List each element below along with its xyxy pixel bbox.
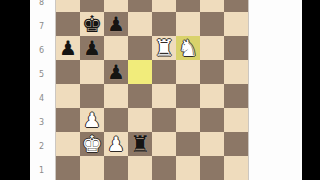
square-g1 [200,156,224,180]
square-g8 [200,0,224,12]
square-b2: ♚ [80,132,104,156]
square-e8 [152,0,176,12]
square-b7: ♚ [80,12,104,36]
black-pawn: ♟ [56,36,80,60]
square-c5: ♟ [104,60,128,84]
square-h3 [224,108,248,132]
video-frame: 87654321 ♚♟♟♟♜♞♟♟♚♟♜ [0,0,320,180]
square-f4 [176,84,200,108]
square-f2 [176,132,200,156]
square-e2 [152,132,176,156]
square-f6: ♞ [176,36,200,60]
chess-board: ♚♟♟♟♜♞♟♟♚♟♜ [56,0,248,180]
square-e6: ♜ [152,36,176,60]
square-a8 [56,0,80,12]
square-c3 [104,108,128,132]
square-g3 [200,108,224,132]
square-h5 [224,60,248,84]
square-f5 [176,60,200,84]
square-h2 [224,132,248,156]
square-e7 [152,12,176,36]
square-g2 [200,132,224,156]
square-a4 [56,84,80,108]
square-b5 [80,60,104,84]
black-king: ♚ [80,12,104,36]
rank-label-3: 3 [39,111,53,135]
square-c6 [104,36,128,60]
rank-labels: 87654321 [30,0,56,180]
square-b3: ♟ [80,108,104,132]
square-f8 [176,0,200,12]
white-rook: ♜ [152,36,176,60]
square-b6: ♟ [80,36,104,60]
rank-label-5: 5 [39,63,53,87]
rank-label-1: 1 [39,159,53,180]
white-pawn: ♟ [80,108,104,132]
square-f3 [176,108,200,132]
square-h7 [224,12,248,36]
rank-label-2: 2 [39,135,53,159]
rank-label-7: 7 [39,15,53,39]
square-a5 [56,60,80,84]
white-king: ♚ [80,132,104,156]
square-h8 [224,0,248,12]
square-f1 [176,156,200,180]
square-a2 [56,132,80,156]
square-d4 [128,84,152,108]
square-e1 [152,156,176,180]
rank-label-6: 6 [39,39,53,63]
square-a3 [56,108,80,132]
black-pawn: ♟ [104,12,128,36]
square-a7 [56,12,80,36]
square-d7 [128,12,152,36]
black-rook: ♜ [128,132,152,156]
square-a6: ♟ [56,36,80,60]
rank-label-4: 4 [39,87,53,111]
board-panel: 87654321 ♚♟♟♟♜♞♟♟♚♟♜ [30,0,302,180]
square-d3 [128,108,152,132]
square-b4 [80,84,104,108]
square-d2: ♜ [128,132,152,156]
square-c1 [104,156,128,180]
square-c4 [104,84,128,108]
rank-label-8: 8 [39,0,53,15]
square-g7 [200,12,224,36]
square-g5 [200,60,224,84]
square-g6 [200,36,224,60]
white-knight: ♞ [176,36,200,60]
square-h6 [224,36,248,60]
square-h4 [224,84,248,108]
square-a1 [56,156,80,180]
square-c2: ♟ [104,132,128,156]
square-b1 [80,156,104,180]
square-c7: ♟ [104,12,128,36]
square-d1 [128,156,152,180]
square-f7 [176,12,200,36]
square-g4 [200,84,224,108]
square-h1 [224,156,248,180]
black-pawn: ♟ [80,36,104,60]
square-e4 [152,84,176,108]
square-d5 [128,60,152,84]
square-e5 [152,60,176,84]
square-d8 [128,0,152,12]
square-d6 [128,36,152,60]
white-pawn: ♟ [104,132,128,156]
square-e3 [152,108,176,132]
square-c8 [104,0,128,12]
black-pawn: ♟ [104,60,128,84]
